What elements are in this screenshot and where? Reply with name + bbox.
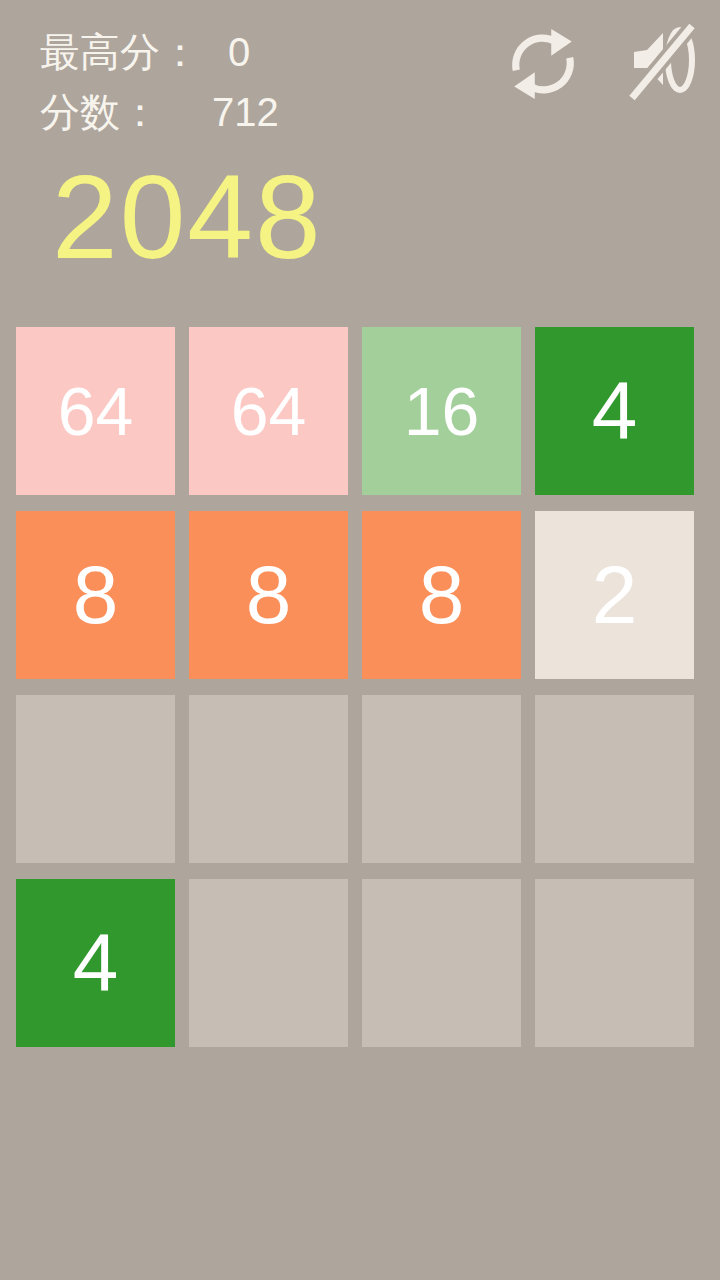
empty-cell [535, 879, 694, 1047]
restart-button[interactable] [506, 26, 580, 102]
refresh-icon [506, 26, 580, 102]
mute-button[interactable] [626, 18, 700, 104]
current-score-value: 712 [212, 90, 279, 134]
best-score-label: 最高分： [40, 30, 200, 74]
empty-cell [535, 695, 694, 863]
empty-cell [189, 879, 348, 1047]
best-score-value: 0 [228, 30, 250, 74]
game-title: 2048 [52, 158, 323, 276]
tile-2: 2 [535, 511, 694, 679]
tile-4: 4 [16, 879, 175, 1047]
best-score-line: 最高分：0 [40, 22, 279, 82]
tile-16: 16 [362, 327, 521, 495]
volume-muted-icon [626, 18, 700, 104]
tile-8: 8 [16, 511, 175, 679]
tile-4: 4 [535, 327, 694, 495]
empty-cell [362, 695, 521, 863]
app-background: { "game": "2048", "position": "64,64,16,… [0, 0, 720, 1280]
current-score-line: 分数：712 [40, 82, 279, 142]
empty-cell [16, 695, 175, 863]
board[interactable]: 646416488824 [16, 327, 694, 1047]
empty-cell [189, 695, 348, 863]
tile-8: 8 [189, 511, 348, 679]
tile-64: 64 [189, 327, 348, 495]
tile-8: 8 [362, 511, 521, 679]
tile-64: 64 [16, 327, 175, 495]
current-score-label: 分数： [40, 90, 160, 134]
score-panel: 最高分：0 分数：712 [40, 22, 279, 142]
empty-cell [362, 879, 521, 1047]
